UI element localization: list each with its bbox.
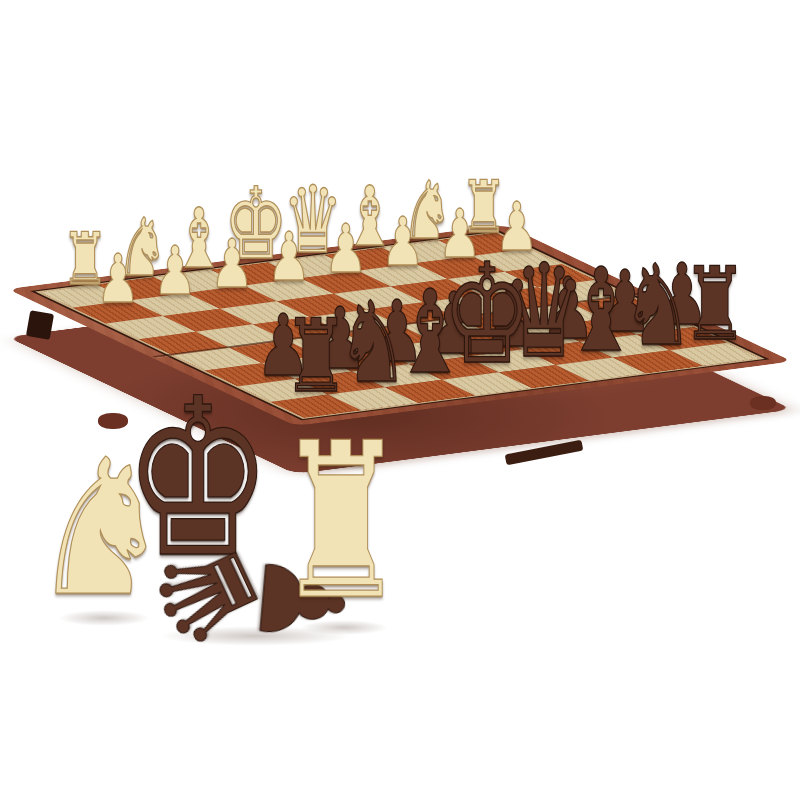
piece-shadow (158, 578, 242, 592)
board-foot-left (98, 413, 128, 429)
offboard-white-knight: ♞ (30, 435, 171, 623)
board-foot-right (750, 396, 776, 410)
piece-shadow (300, 620, 388, 635)
piece-shadow (58, 610, 150, 626)
left-hinge-clasp (26, 310, 54, 340)
chess-set-product-photo: ♜♞♝♛♚♝♞♜♟♟♟♟♟♟♟♟♟♟♟♟♟♟♟♟♜♞♝♛♚♝♞♜♞♚♛♟♜ (0, 0, 800, 800)
